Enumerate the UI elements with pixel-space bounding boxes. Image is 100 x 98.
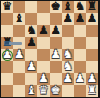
piece-white-pawn[interactable]: ♟	[75, 73, 85, 85]
square-a8[interactable]: ♛	[1, 1, 13, 13]
square-h1[interactable]: ♜	[86, 85, 98, 97]
square-a7[interactable]	[1, 13, 13, 25]
square-c5[interactable]: ♟	[25, 37, 37, 49]
piece-white-bishop[interactable]: ♝	[26, 85, 36, 97]
square-h4[interactable]	[86, 49, 98, 61]
square-f6[interactable]	[62, 25, 74, 37]
chess-board: ♛♚♝♞♜♝♟♟♟♞♟♟♜♟♟♟♟♞♟♞♟♟♟♟♝♛♚♜	[1, 1, 98, 97]
piece-white-pawn[interactable]: ♟	[26, 61, 36, 73]
square-b3[interactable]	[13, 61, 25, 73]
square-b7[interactable]: ♝	[13, 13, 25, 25]
square-h5[interactable]	[86, 37, 98, 49]
piece-white-pawn[interactable]: ♟	[50, 49, 60, 61]
square-b2[interactable]	[13, 73, 25, 85]
square-a1[interactable]	[1, 85, 13, 97]
square-d4[interactable]	[37, 49, 49, 61]
square-e6[interactable]: ♟	[50, 25, 62, 37]
square-b1[interactable]	[13, 85, 25, 97]
square-e8[interactable]: ♚	[50, 1, 62, 13]
piece-white-pawn[interactable]: ♟	[14, 49, 24, 61]
piece-white-queen[interactable]: ♛	[38, 85, 48, 97]
square-c8[interactable]	[25, 1, 37, 13]
square-a2[interactable]	[1, 73, 13, 85]
piece-black-pawn[interactable]: ♟	[38, 25, 48, 37]
piece-black-pawn[interactable]: ♟	[26, 37, 36, 49]
piece-black-pawn[interactable]: ♟	[75, 13, 85, 25]
square-a3[interactable]	[1, 61, 13, 73]
square-g4[interactable]	[74, 49, 86, 61]
square-h7[interactable]: ♟	[86, 13, 98, 25]
piece-black-pawn[interactable]: ♟	[63, 13, 73, 25]
square-g5[interactable]	[74, 37, 86, 49]
square-a4[interactable]: ♟	[1, 49, 13, 61]
piece-white-pawn[interactable]: ♟	[2, 49, 12, 61]
piece-white-pawn[interactable]: ♟	[63, 73, 73, 85]
square-b6[interactable]	[13, 25, 25, 37]
square-b4[interactable]: ♟	[13, 49, 25, 61]
square-d6[interactable]: ♟	[37, 25, 49, 37]
piece-black-pawn[interactable]: ♟	[50, 25, 60, 37]
square-g1[interactable]	[74, 85, 86, 97]
piece-white-rook[interactable]: ♜	[87, 85, 97, 97]
square-d5[interactable]	[37, 37, 49, 49]
square-h6[interactable]	[86, 25, 98, 37]
square-f2[interactable]: ♟	[62, 73, 74, 85]
piece-black-bishop[interactable]: ♝	[14, 13, 24, 25]
piece-white-king[interactable]: ♚	[50, 85, 60, 97]
square-g7[interactable]: ♟	[74, 13, 86, 25]
square-c1[interactable]: ♝	[25, 85, 37, 97]
square-e1[interactable]: ♚	[50, 85, 62, 97]
square-f7[interactable]: ♟	[62, 13, 74, 25]
square-g2[interactable]: ♟	[74, 73, 86, 85]
piece-black-king[interactable]: ♚	[50, 1, 60, 13]
chess-board-screenshot: ♛♚♝♞♜♝♟♟♟♞♟♟♜♟♟♟♟♞♟♞♟♟♟♟♝♛♚♜	[0, 0, 100, 98]
square-f1[interactable]	[62, 85, 74, 97]
piece-black-queen[interactable]: ♛	[2, 1, 12, 13]
piece-black-pawn[interactable]: ♟	[87, 13, 97, 25]
square-e3[interactable]	[50, 61, 62, 73]
square-c3[interactable]: ♟	[25, 61, 37, 73]
square-d8[interactable]	[37, 1, 49, 13]
square-d1[interactable]: ♛	[37, 85, 49, 97]
square-e4[interactable]: ♟	[50, 49, 62, 61]
square-g6[interactable]	[74, 25, 86, 37]
